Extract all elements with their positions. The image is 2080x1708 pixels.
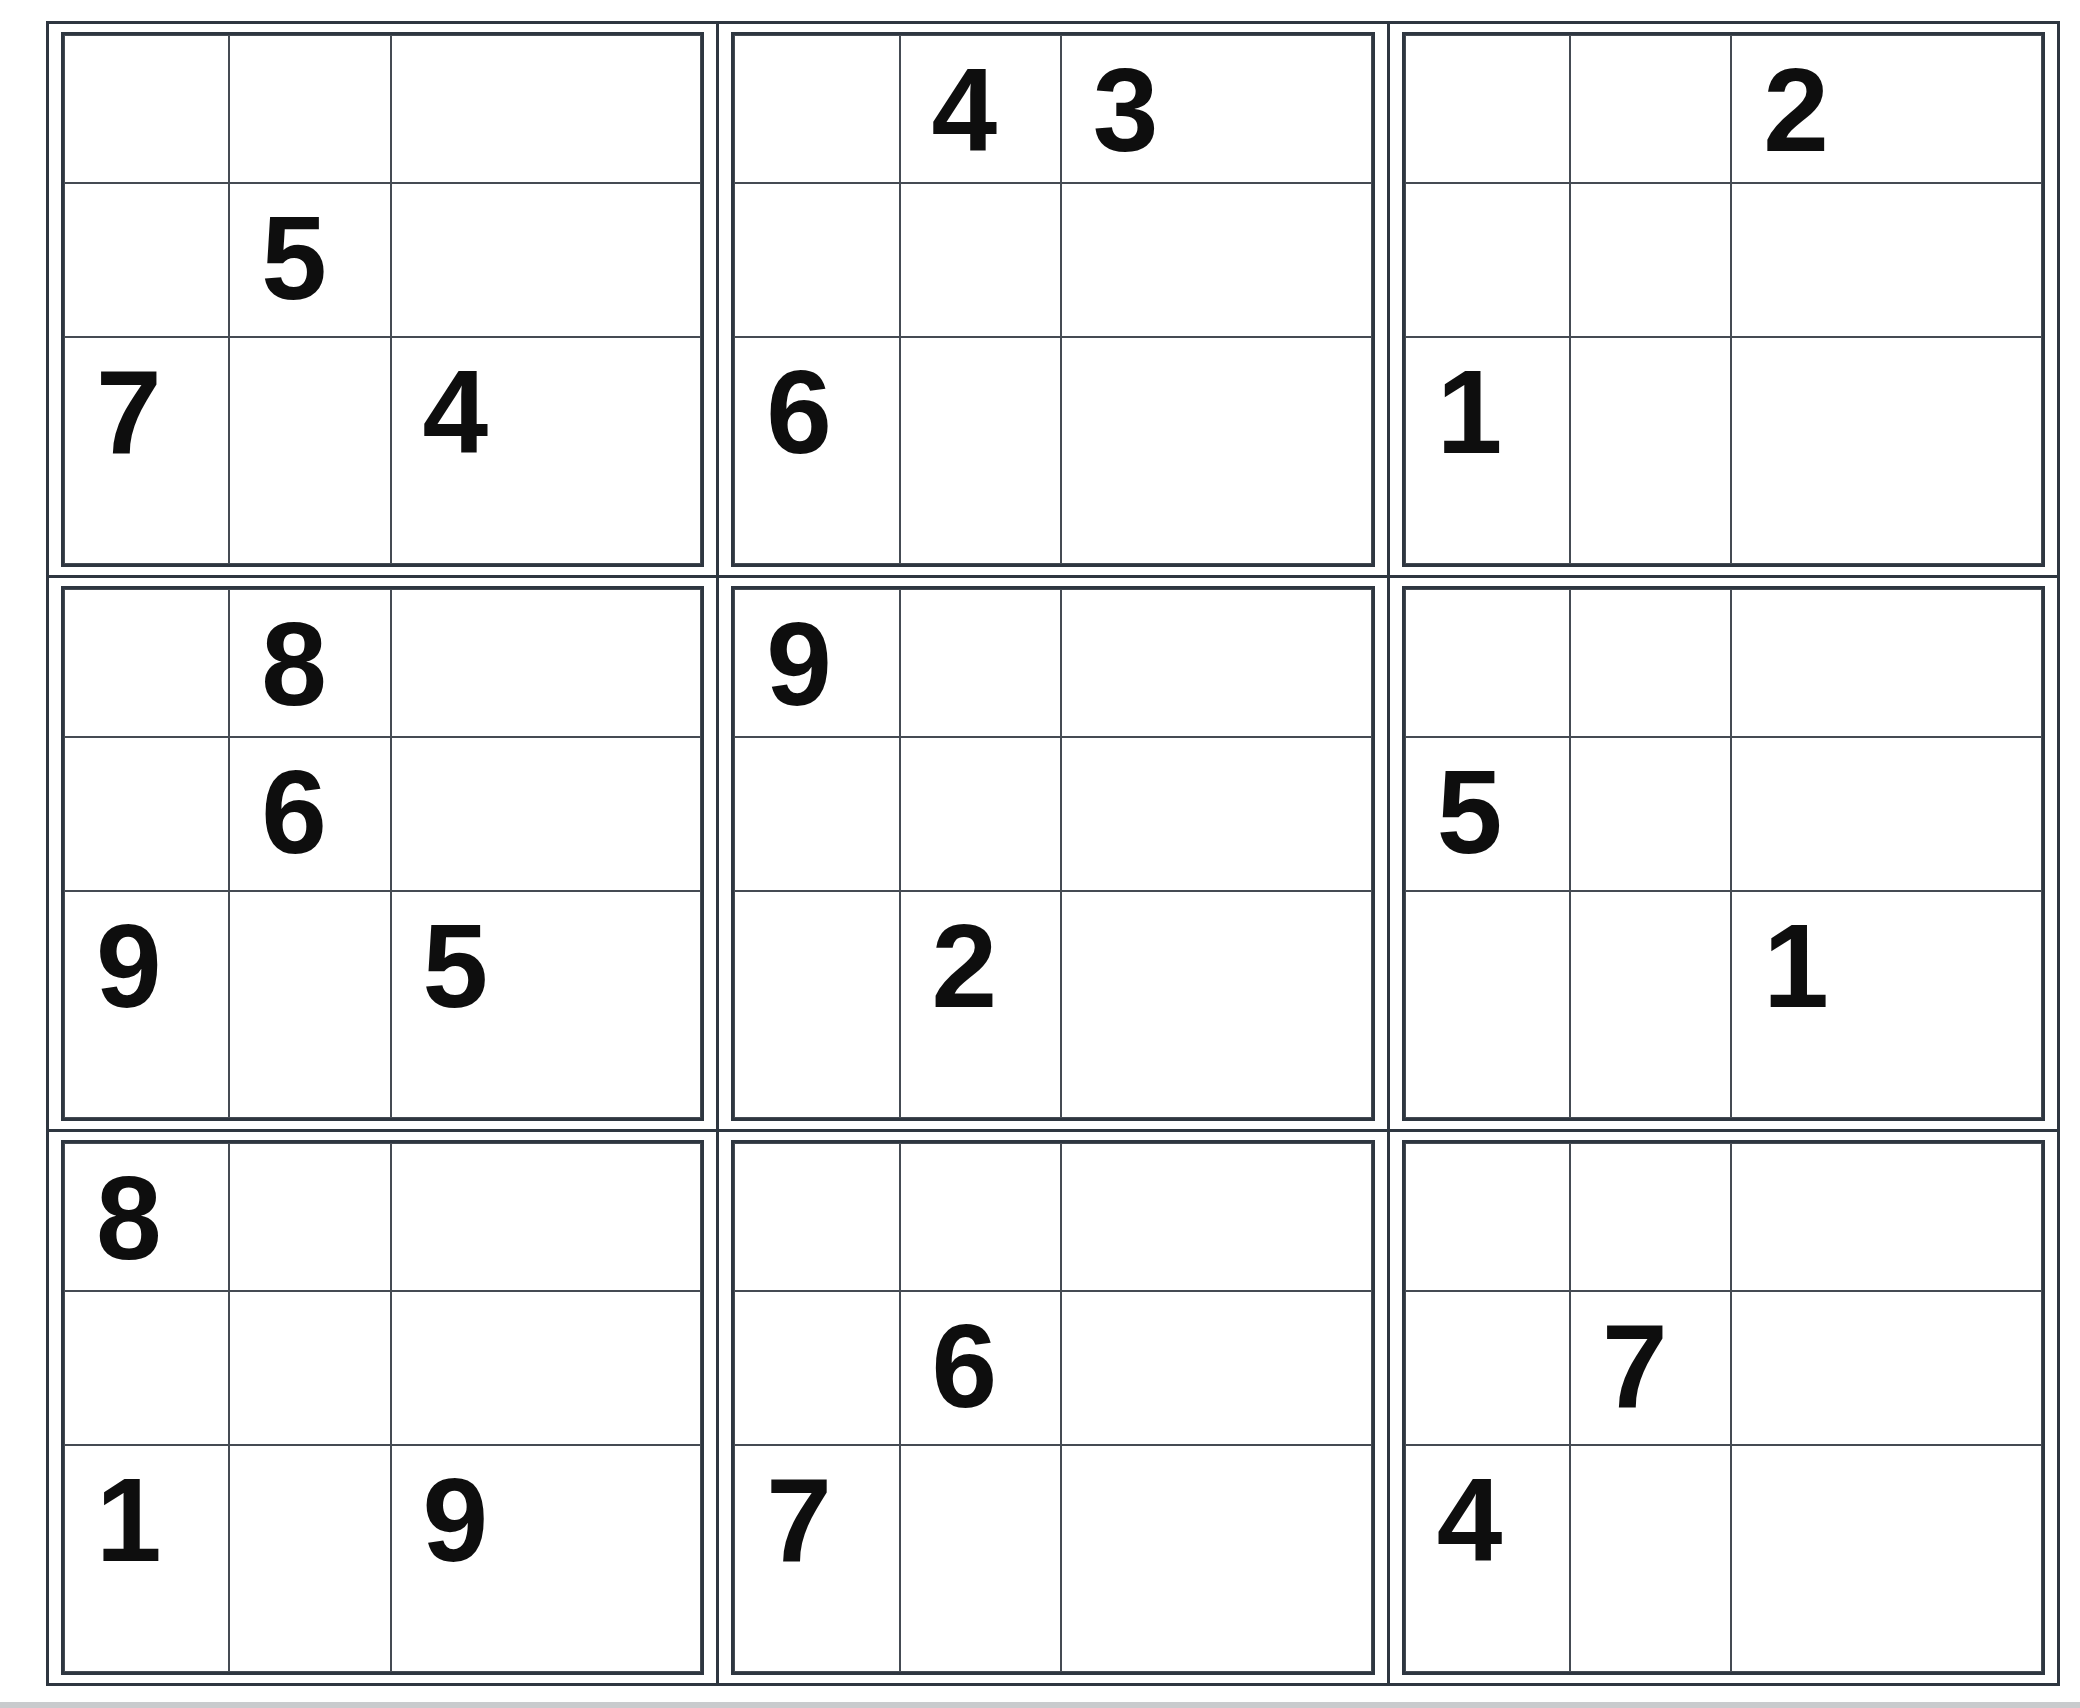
given-digit: 7 [96, 353, 228, 471]
box-1: 574 [61, 32, 704, 567]
box-wrapper-3: 21 [1390, 24, 2057, 575]
cell-r9c5[interactable] [900, 1445, 1061, 1672]
cell-r4c4[interactable]: 9 [734, 589, 899, 737]
cell-r9c7[interactable]: 4 [1405, 1445, 1570, 1672]
cell-r5c6[interactable] [1061, 737, 1372, 890]
cell-r8c6[interactable] [1061, 1291, 1372, 1444]
given-digit: 4 [423, 353, 701, 471]
cell-r2c4[interactable] [734, 183, 899, 336]
given-digit: 1 [96, 1461, 228, 1579]
given-digit: 6 [261, 753, 389, 871]
cell-r5c4[interactable] [734, 737, 899, 890]
cell-r6c7[interactable] [1405, 891, 1570, 1118]
given-digit: 9 [96, 907, 228, 1025]
given-digit: 8 [261, 605, 389, 723]
cell-r9c9[interactable] [1731, 1445, 2042, 1672]
cell-r3c1[interactable]: 7 [64, 337, 229, 564]
box-3: 21 [1402, 32, 2045, 567]
cell-r1c9[interactable]: 2 [1731, 35, 2042, 183]
cell-r3c2[interactable] [229, 337, 390, 564]
box-wrapper-2: 436 [719, 24, 1386, 575]
box-wrapper-4: 8695 [49, 578, 716, 1129]
box-2: 436 [731, 32, 1374, 567]
given-digit: 6 [932, 1307, 1060, 1425]
cell-r6c5[interactable]: 2 [900, 891, 1061, 1118]
cell-r2c7[interactable] [1405, 183, 1570, 336]
cell-r1c6[interactable]: 3 [1061, 35, 1372, 183]
bottom-edge-strip [0, 1702, 2080, 1708]
cell-r2c3[interactable] [391, 183, 702, 336]
given-digit: 3 [1093, 51, 1371, 169]
sudoku-board: 574 436 21 8695 92 51 819 67 74 [46, 21, 2060, 1686]
cell-r2c5[interactable] [900, 183, 1061, 336]
cell-r2c1[interactable] [64, 183, 229, 336]
cell-r8c1[interactable] [64, 1291, 229, 1444]
cell-r3c5[interactable] [900, 337, 1061, 564]
cell-r5c8[interactable] [1570, 737, 1731, 890]
cell-r4c7[interactable] [1405, 589, 1570, 737]
given-digit: 9 [423, 1461, 701, 1579]
given-digit: 1 [1763, 907, 2041, 1025]
given-digit: 5 [261, 199, 389, 317]
given-digit: 1 [1437, 353, 1569, 471]
cell-r2c6[interactable] [1061, 183, 1372, 336]
cell-r2c9[interactable] [1731, 183, 2042, 336]
cell-r9c1[interactable]: 1 [64, 1445, 229, 1672]
cell-r5c3[interactable] [391, 737, 702, 890]
cell-r7c8[interactable] [1570, 1143, 1731, 1291]
given-digit: 5 [423, 907, 701, 1025]
cell-r4c3[interactable] [391, 589, 702, 737]
cell-r8c9[interactable] [1731, 1291, 2042, 1444]
box-7: 819 [61, 1140, 704, 1675]
cell-r7c2[interactable] [229, 1143, 390, 1291]
cell-r4c9[interactable] [1731, 589, 2042, 737]
cell-r9c2[interactable] [229, 1445, 390, 1672]
cell-r9c8[interactable] [1570, 1445, 1731, 1672]
box-9: 74 [1402, 1140, 2045, 1675]
cell-r3c4[interactable]: 6 [734, 337, 899, 564]
given-digit: 7 [1602, 1307, 1730, 1425]
cell-r7c3[interactable] [391, 1143, 702, 1291]
cell-r5c1[interactable] [64, 737, 229, 890]
box-6: 51 [1402, 586, 2045, 1121]
cell-r8c2[interactable] [229, 1291, 390, 1444]
cell-r6c6[interactable] [1061, 891, 1372, 1118]
box-8: 67 [731, 1140, 1374, 1675]
cell-r4c5[interactable] [900, 589, 1061, 737]
cell-r7c5[interactable] [900, 1143, 1061, 1291]
cell-r3c9[interactable] [1731, 337, 2042, 564]
given-digit: 5 [1437, 753, 1569, 871]
cell-r4c6[interactable] [1061, 589, 1372, 737]
cell-r1c2[interactable] [229, 35, 390, 183]
cell-r6c8[interactable] [1570, 891, 1731, 1118]
cell-r3c3[interactable]: 4 [391, 337, 702, 564]
box-4: 8695 [61, 586, 704, 1121]
cell-r5c9[interactable] [1731, 737, 2042, 890]
cell-r5c5[interactable] [900, 737, 1061, 890]
given-digit: 6 [766, 353, 898, 471]
cell-r1c4[interactable] [734, 35, 899, 183]
cell-r7c4[interactable] [734, 1143, 899, 1291]
given-digit: 2 [1763, 51, 2041, 169]
given-digit: 9 [766, 605, 898, 723]
cell-r3c8[interactable] [1570, 337, 1731, 564]
given-digit: 2 [932, 907, 1060, 1025]
cell-r3c6[interactable] [1061, 337, 1372, 564]
cell-r1c7[interactable] [1405, 35, 1570, 183]
cell-r7c9[interactable] [1731, 1143, 2042, 1291]
box-wrapper-8: 67 [719, 1132, 1386, 1683]
cell-r6c9[interactable]: 1 [1731, 891, 2042, 1118]
cell-r9c4[interactable]: 7 [734, 1445, 899, 1672]
cell-r7c1[interactable]: 8 [64, 1143, 229, 1291]
sudoku-screenshot: 574 436 21 8695 92 51 819 67 74 [0, 0, 2080, 1708]
cell-r1c1[interactable] [64, 35, 229, 183]
cell-r8c7[interactable] [1405, 1291, 1570, 1444]
cell-r1c5[interactable]: 4 [900, 35, 1061, 183]
cell-r6c4[interactable] [734, 891, 899, 1118]
box-5: 92 [731, 586, 1374, 1121]
cell-r5c2[interactable]: 6 [229, 737, 390, 890]
cell-r9c6[interactable] [1061, 1445, 1372, 1672]
box-wrapper-9: 74 [1390, 1132, 2057, 1683]
cell-r9c3[interactable]: 9 [391, 1445, 702, 1672]
given-digit: 7 [766, 1461, 898, 1579]
cell-r2c8[interactable] [1570, 183, 1731, 336]
cell-r4c8[interactable] [1570, 589, 1731, 737]
box-wrapper-5: 92 [719, 578, 1386, 1129]
cell-r8c3[interactable] [391, 1291, 702, 1444]
cell-r4c1[interactable] [64, 589, 229, 737]
given-digit: 4 [932, 51, 1060, 169]
cell-r6c3[interactable]: 5 [391, 891, 702, 1118]
cell-r2c2[interactable]: 5 [229, 183, 390, 336]
given-digit: 4 [1437, 1461, 1569, 1579]
cell-r6c2[interactable] [229, 891, 390, 1118]
cell-r1c8[interactable] [1570, 35, 1731, 183]
cell-r3c7[interactable]: 1 [1405, 337, 1570, 564]
cell-r8c5[interactable]: 6 [900, 1291, 1061, 1444]
cell-r7c7[interactable] [1405, 1143, 1570, 1291]
cell-r8c8[interactable]: 7 [1570, 1291, 1731, 1444]
cell-r6c1[interactable]: 9 [64, 891, 229, 1118]
cell-r7c6[interactable] [1061, 1143, 1372, 1291]
cell-r5c7[interactable]: 5 [1405, 737, 1570, 890]
box-wrapper-7: 819 [49, 1132, 716, 1683]
cell-r4c2[interactable]: 8 [229, 589, 390, 737]
box-wrapper-1: 574 [49, 24, 716, 575]
given-digit: 8 [96, 1159, 228, 1277]
cell-r1c3[interactable] [391, 35, 702, 183]
cell-r8c4[interactable] [734, 1291, 899, 1444]
box-wrapper-6: 51 [1390, 578, 2057, 1129]
